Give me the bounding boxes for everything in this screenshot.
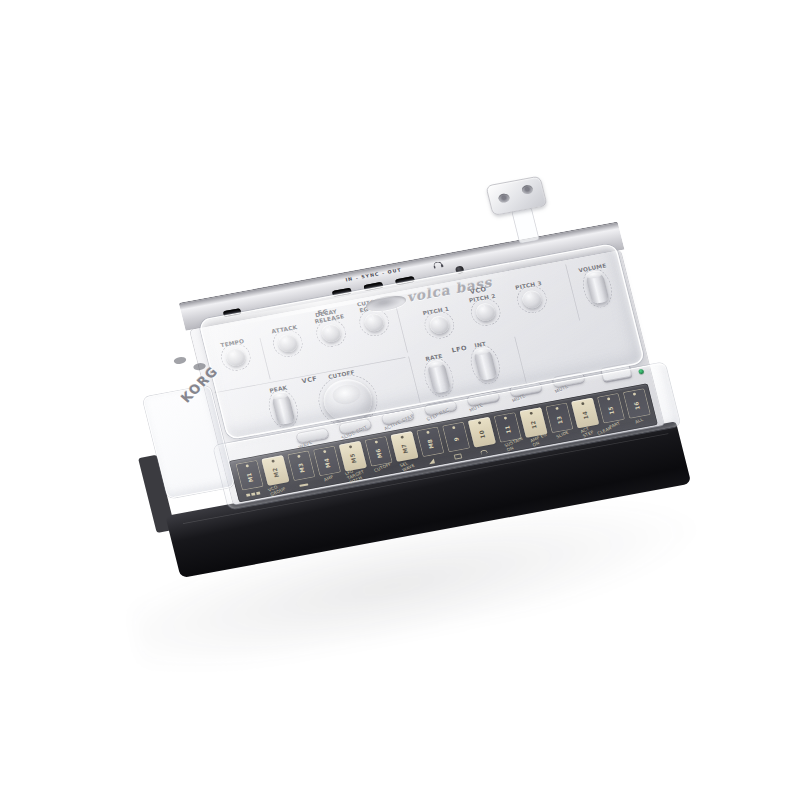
cover-corner-well — [498, 193, 511, 204]
cover-bumper — [173, 356, 187, 365]
product-photo: IN - SYNC - OUT volca bass EG VCO VCF LF… — [0, 0, 800, 800]
cover-corner-piece — [486, 176, 548, 216]
cover-corner-well — [521, 184, 534, 195]
cover-corner-stem — [511, 207, 539, 244]
volca-bass-unit: IN - SYNC - OUT volca bass EG VCO VCF LF… — [190, 250, 620, 330]
headphone-icon — [433, 261, 443, 267]
